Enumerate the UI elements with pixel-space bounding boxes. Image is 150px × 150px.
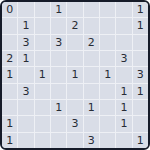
cell-r1c6[interactable] (84, 2, 99, 17)
cell-r2c3[interactable] (35, 18, 50, 33)
cell-r7c5[interactable] (67, 100, 82, 115)
cell-r2c7[interactable] (100, 18, 115, 33)
cell-r9c5[interactable] (67, 133, 82, 148)
cell-r8c9[interactable] (133, 116, 148, 131)
cell-r1c4-clue-1[interactable]: 1 (51, 2, 66, 17)
cell-r8c8-clue-1[interactable]: 1 (116, 116, 131, 131)
cell-r6c3[interactable] (35, 84, 50, 99)
cell-r9c9-clue-1[interactable]: 1 (133, 133, 148, 148)
cell-r4c4[interactable] (51, 51, 66, 66)
cell-r8c5-clue-3[interactable]: 3 (67, 116, 82, 131)
cell-r3c2-clue-3[interactable]: 3 (18, 35, 33, 50)
cell-r5c3-clue-1[interactable]: 1 (35, 67, 50, 82)
cell-r9c2[interactable] (18, 133, 33, 148)
cell-r5c4[interactable] (51, 67, 66, 82)
cell-r1c3[interactable] (35, 2, 50, 17)
cell-r4c5[interactable] (67, 51, 82, 66)
cell-r4c2-clue-1[interactable]: 1 (18, 51, 33, 66)
cell-r5c9-clue-3[interactable]: 3 (133, 67, 148, 82)
cell-r5c8[interactable] (116, 67, 131, 82)
cell-r2c9-clue-1[interactable]: 1 (133, 18, 148, 33)
cell-r4c9[interactable] (133, 51, 148, 66)
cell-r2c1[interactable] (2, 18, 17, 33)
cell-r5c1-clue-1[interactable]: 1 (2, 67, 17, 82)
cell-r7c7[interactable] (100, 100, 115, 115)
cell-r6c4[interactable] (51, 84, 66, 99)
cell-r3c6-clue-2[interactable]: 2 (84, 35, 99, 50)
cell-r8c2[interactable] (18, 116, 33, 131)
cell-r1c5[interactable] (67, 2, 82, 17)
cell-r9c3[interactable] (35, 133, 50, 148)
cell-r4c3[interactable] (35, 51, 50, 66)
cell-r1c8[interactable] (116, 2, 131, 17)
cell-r3c4-clue-3[interactable]: 3 (51, 35, 66, 50)
cell-r8c1-clue-1[interactable]: 1 (2, 116, 17, 131)
cell-r1c7[interactable] (100, 2, 115, 17)
cell-r5c7-clue-1[interactable]: 1 (100, 67, 115, 82)
cell-r6c6[interactable] (84, 84, 99, 99)
cell-r5c6[interactable] (84, 67, 99, 82)
puzzle-board: 01112133221311113311111131131 (0, 0, 150, 150)
cell-r8c7[interactable] (100, 116, 115, 131)
cell-r6c2-clue-3[interactable]: 3 (18, 84, 33, 99)
cell-r1c9-clue-1[interactable]: 1 (133, 2, 148, 17)
cell-r2c5-clue-2[interactable]: 2 (67, 18, 82, 33)
cell-r7c4-clue-1[interactable]: 1 (51, 100, 66, 115)
cell-r9c4[interactable] (51, 133, 66, 148)
cell-r6c8-clue-1[interactable]: 1 (116, 84, 131, 99)
cell-r7c3[interactable] (35, 100, 50, 115)
cell-r7c2[interactable] (18, 100, 33, 115)
cell-r4c6[interactable] (84, 51, 99, 66)
cell-r2c8[interactable] (116, 18, 131, 33)
cell-r3c8[interactable] (116, 35, 131, 50)
cell-r8c3[interactable] (35, 116, 50, 131)
cell-r3c5[interactable] (67, 35, 82, 50)
cell-r2c6[interactable] (84, 18, 99, 33)
cell-r4c8-clue-3[interactable]: 3 (116, 51, 131, 66)
cell-r6c9-clue-1[interactable]: 1 (133, 84, 148, 99)
cell-r7c9[interactable] (133, 100, 148, 115)
cell-r4c7[interactable] (100, 51, 115, 66)
cell-r5c5-clue-1[interactable]: 1 (67, 67, 82, 82)
cell-r6c5[interactable] (67, 84, 82, 99)
cell-r3c9[interactable] (133, 35, 148, 50)
cell-r3c3[interactable] (35, 35, 50, 50)
cell-r9c8[interactable] (116, 133, 131, 148)
cell-r9c1-clue-1[interactable]: 1 (2, 133, 17, 148)
cell-r1c1-clue-0[interactable]: 0 (2, 2, 17, 17)
cell-r8c4[interactable] (51, 116, 66, 131)
cell-r8c6[interactable] (84, 116, 99, 131)
cell-r2c2-clue-1[interactable]: 1 (18, 18, 33, 33)
cell-r7c6-clue-1[interactable]: 1 (84, 100, 99, 115)
cell-r5c2[interactable] (18, 67, 33, 82)
cell-r3c1[interactable] (2, 35, 17, 50)
cell-r1c2[interactable] (18, 2, 33, 17)
cell-r6c1[interactable] (2, 84, 17, 99)
cell-r2c4[interactable] (51, 18, 66, 33)
cell-r3c7[interactable] (100, 35, 115, 50)
cell-r9c6-clue-3[interactable]: 3 (84, 133, 99, 148)
cell-r9c7[interactable] (100, 133, 115, 148)
cell-r7c8-clue-1[interactable]: 1 (116, 100, 131, 115)
cell-r7c1[interactable] (2, 100, 17, 115)
cell-r4c1-clue-2[interactable]: 2 (2, 51, 17, 66)
cell-r6c7[interactable] (100, 84, 115, 99)
